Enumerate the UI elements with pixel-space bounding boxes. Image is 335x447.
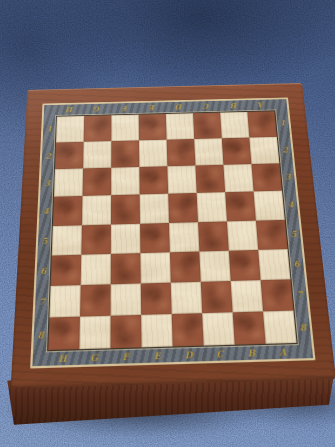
board-frame: H G F E D C B A H G F E D — [11, 83, 335, 388]
square-b8 — [233, 311, 266, 344]
square-a2 — [249, 137, 279, 164]
file-label: A — [267, 344, 300, 359]
square-a4 — [254, 191, 285, 220]
square-b3 — [223, 164, 253, 192]
square-f6 — [111, 253, 141, 284]
file-label: B — [220, 100, 248, 112]
square-h6 — [51, 254, 82, 285]
rank-label: 8 — [33, 318, 48, 351]
square-c2 — [194, 138, 223, 165]
square-f7 — [111, 283, 142, 315]
square-h8 — [48, 316, 80, 350]
file-label: D — [166, 101, 194, 113]
square-h4 — [53, 196, 83, 225]
rank-label: 5 — [37, 226, 51, 256]
square-g4 — [82, 196, 111, 225]
square-e3 — [139, 166, 168, 194]
square-f4 — [111, 195, 140, 224]
file-label: G — [78, 349, 110, 364]
square-f1 — [111, 115, 139, 142]
square-g3 — [83, 168, 112, 196]
square-f5 — [111, 223, 141, 253]
square-f2 — [111, 140, 139, 167]
rank-label: 7 — [35, 286, 50, 318]
file-label: H — [47, 350, 79, 365]
rank-label: 4 — [39, 197, 53, 226]
square-e8 — [141, 314, 172, 348]
boxwood-inlay-line: H G F E D C B A H G F E D — [30, 97, 315, 368]
square-c6 — [199, 250, 230, 281]
square-d8 — [172, 313, 204, 346]
square-b5 — [227, 220, 258, 250]
square-h3 — [54, 169, 83, 197]
square-a3 — [251, 164, 282, 192]
square-a5 — [256, 219, 288, 249]
rank-label: 6 — [36, 255, 51, 286]
square-e1 — [139, 114, 167, 141]
square-e2 — [139, 140, 167, 167]
square-g6 — [81, 254, 111, 285]
square-e4 — [140, 194, 169, 223]
square-g2 — [83, 141, 111, 168]
file-label: G — [84, 104, 112, 116]
square-c7 — [201, 281, 233, 313]
rank-label: 2 — [41, 142, 55, 169]
square-h5 — [52, 225, 82, 255]
playing-field — [47, 110, 298, 351]
square-b4 — [225, 192, 256, 221]
coordinate-band: H G F E D C B A H G F E D — [32, 99, 313, 366]
file-label: H — [56, 104, 84, 116]
square-h7 — [49, 285, 80, 317]
square-d7 — [171, 282, 202, 314]
square-c4 — [197, 193, 227, 222]
square-d5 — [169, 222, 199, 252]
file-label: C — [193, 101, 221, 113]
square-e7 — [141, 282, 172, 314]
chess-board: H G F E D C B A H G F E D — [11, 83, 335, 388]
square-g1 — [84, 115, 112, 142]
square-a6 — [258, 249, 290, 280]
square-g7 — [80, 284, 111, 316]
square-c8 — [202, 312, 234, 345]
square-h1 — [56, 116, 84, 143]
file-label: D — [173, 347, 205, 362]
square-a1 — [247, 111, 277, 137]
rank-label: 1 — [43, 116, 56, 142]
square-b7 — [231, 280, 263, 312]
file-label: F — [111, 103, 138, 115]
square-a7 — [261, 279, 294, 311]
square-c1 — [193, 113, 222, 140]
square-e6 — [140, 252, 170, 283]
photo-scene: H G F E D C B A H G F E D — [0, 0, 335, 447]
square-g8 — [79, 316, 110, 350]
file-label: F — [110, 349, 142, 364]
square-c5 — [198, 221, 229, 251]
square-b6 — [229, 250, 261, 281]
square-d6 — [170, 251, 201, 282]
file-label: B — [235, 345, 267, 360]
square-h2 — [55, 142, 84, 169]
square-c3 — [195, 165, 225, 193]
square-b1 — [220, 112, 249, 138]
square-d1 — [166, 113, 194, 140]
square-d2 — [167, 139, 196, 166]
square-f3 — [111, 167, 140, 195]
square-g5 — [81, 224, 111, 254]
file-label: C — [204, 346, 236, 361]
square-b2 — [222, 138, 252, 165]
square-a8 — [263, 310, 297, 343]
rank-label: 3 — [40, 169, 54, 197]
square-d3 — [167, 166, 196, 194]
file-label: A — [247, 99, 275, 111]
square-d4 — [168, 193, 198, 222]
square-e5 — [140, 223, 170, 253]
square-f8 — [110, 315, 141, 349]
file-label: E — [138, 102, 166, 114]
file-label: E — [141, 348, 173, 363]
